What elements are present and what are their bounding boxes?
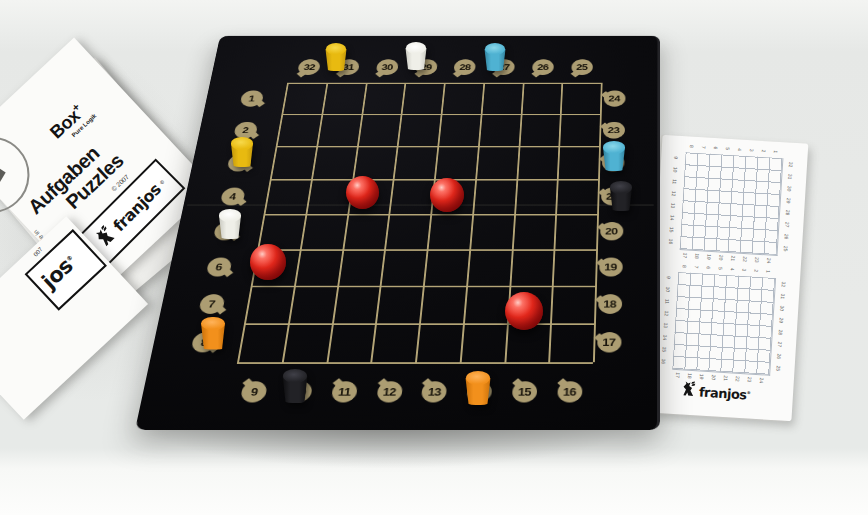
peg-yellow-31[interactable] [325,43,347,71]
peg-yellow-3[interactable] [231,137,254,167]
peg-white-5[interactable] [219,209,242,239]
peg-orange-8[interactable] [201,317,226,350]
ball-red-r7c7[interactable] [505,292,543,330]
peg-cap [219,209,241,222]
peg-cap [485,43,506,55]
peg-cyan-22[interactable] [603,141,626,171]
peg-cyan-27[interactable] [484,43,506,71]
ball-red-r4c5[interactable] [430,178,464,212]
peg-orange-14[interactable] [465,371,491,405]
ball-red-r4c3[interactable] [346,176,379,209]
peg-cap [610,181,632,194]
peg-white-29[interactable] [405,42,427,70]
peg-cap [231,137,253,150]
peg-cap [326,43,347,55]
peg-cap [201,317,225,331]
pieces-overlay [0,0,868,515]
peg-black-21[interactable] [610,181,633,211]
peg-cap [603,141,625,154]
peg-cap [406,42,427,54]
peg-black-10[interactable] [282,369,308,403]
ball-red-r6c1[interactable] [250,244,286,280]
scene: Box+ Pure Logik Aufgaben Puzzles © 2007 … [0,0,868,515]
